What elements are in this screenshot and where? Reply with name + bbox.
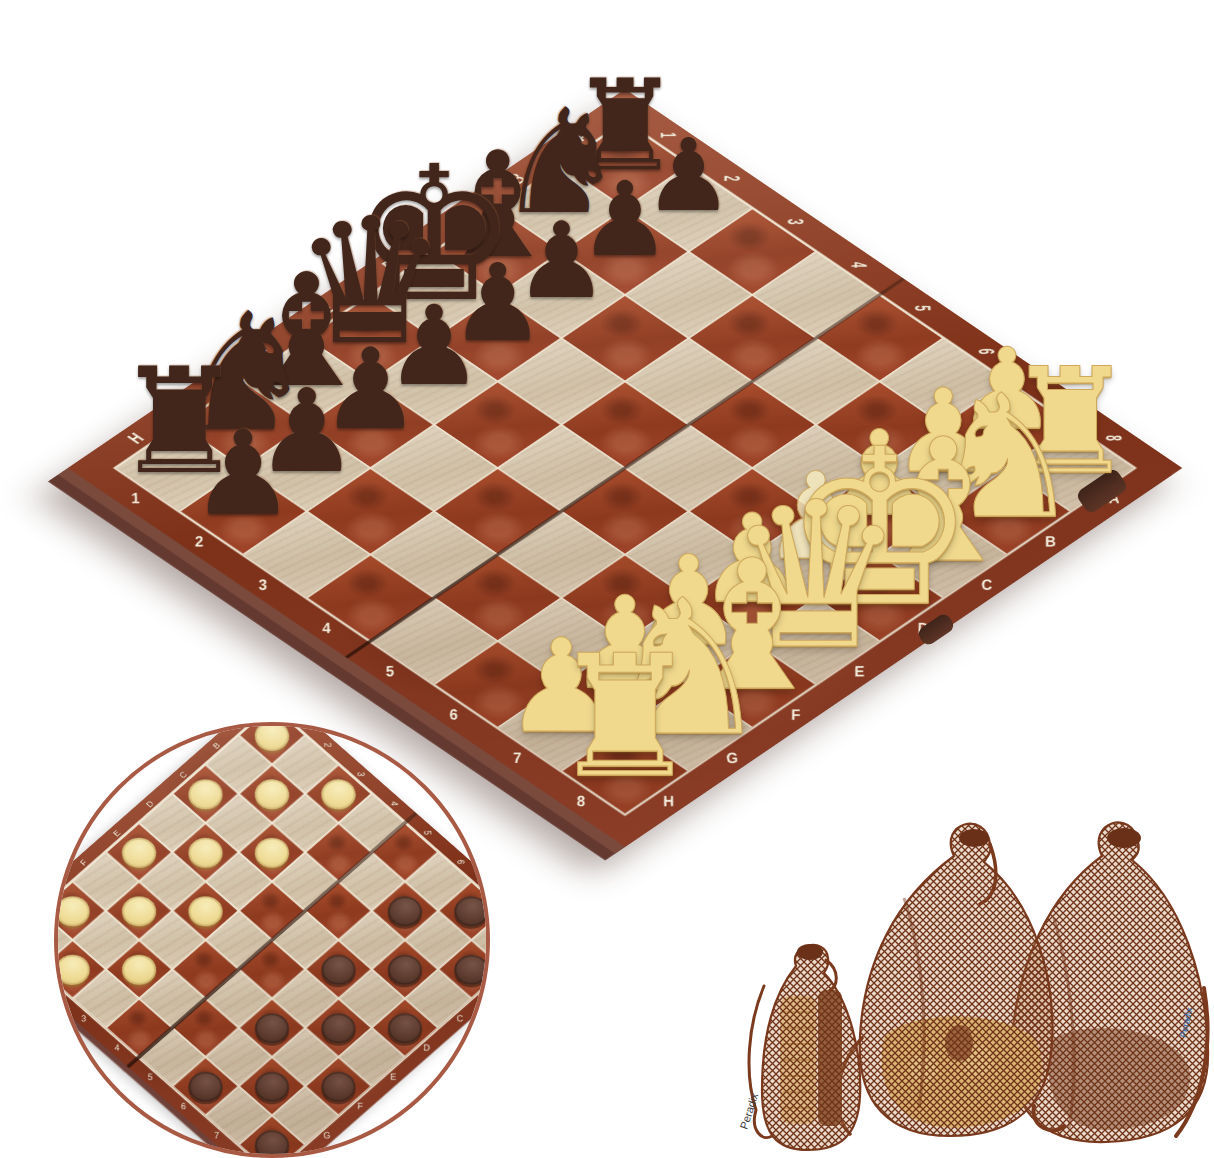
storage-bags-photo: Peradix Peradix: [734, 738, 1214, 1158]
rank-label-near-7: 7: [214, 1130, 220, 1140]
bag-small-knot: [797, 944, 823, 960]
checkers-inset-clip: AA11BB22CC33DD44EE55FF66GG77HH88: [58, 726, 486, 1154]
file-label-far-c: C: [177, 768, 190, 779]
rank-label-far-5: 5: [911, 305, 936, 311]
rank-label-far-3: 3: [355, 772, 366, 777]
rank-label-far-5: 5: [422, 830, 433, 835]
file-label-near-b: B: [1045, 533, 1056, 550]
file-label-near-h: H: [663, 792, 674, 809]
rank-label-far-6: 6: [975, 349, 1000, 355]
rank-label-near-8: 8: [577, 792, 586, 809]
mesh-bag-small: Peradix: [737, 944, 860, 1150]
rank-label-far-3: 3: [784, 219, 809, 225]
rank-label-far-6: 6: [455, 859, 466, 864]
file-label-far-e: E: [314, 300, 339, 317]
file-label-near-d: D: [424, 1042, 431, 1052]
file-label-far-e: E: [110, 827, 123, 838]
rank-label-far-8: 8: [1102, 435, 1127, 441]
file-label-near-e: E: [391, 1072, 398, 1082]
rank-label-far-2: 2: [720, 176, 745, 182]
file-label-near-c: C: [457, 1013, 464, 1023]
rank-label-near-1: 1: [131, 489, 140, 506]
bag-medium-knot: [959, 829, 989, 847]
file-label-far-c: C: [441, 213, 467, 230]
screenshot-root: AA11BB22CC33DD44EE55FF66GG77HH88 ♜♞♟♝♟♚♟…: [0, 0, 1214, 1158]
rank-label-near-4: 4: [322, 619, 331, 636]
rank-label-far-2: 2: [322, 742, 333, 747]
file-label-far-b: B: [210, 739, 223, 750]
rank-label-near-5: 5: [147, 1072, 153, 1082]
file-label-near-c: C: [981, 576, 992, 593]
file-label-far-a: A: [568, 127, 594, 144]
file-label-near-e: E: [855, 662, 866, 679]
rank-label-near-6: 6: [181, 1101, 187, 1111]
file-label-far-g: G: [186, 386, 212, 404]
rank-label-far-4: 4: [847, 262, 872, 268]
file-label-far-d: D: [144, 798, 157, 809]
rank-label-near-2: 2: [195, 533, 204, 550]
checkers-inset-circle: AA11BB22CC33DD44EE55FF66GG77HH88: [54, 722, 490, 1158]
rank-label-near-5: 5: [386, 662, 395, 679]
file-label-far-d: D: [377, 256, 403, 273]
file-label-far-f: F: [77, 857, 89, 868]
rank-label-far-7: 7: [1038, 392, 1063, 398]
rank-label-far-4: 4: [388, 801, 399, 806]
file-label-far-b: B: [505, 170, 531, 187]
rank-label-near-7: 7: [513, 749, 522, 766]
checkers-board: AA11BB22CC33DD44EE55FF66GG77HH88: [58, 726, 486, 1154]
file-label-near-f: F: [791, 706, 801, 723]
mesh-bag-medium: [838, 824, 1053, 1136]
rank-label-near-6: 6: [449, 706, 458, 723]
file-label-near-f: F: [358, 1101, 364, 1111]
file-label-far-h: H: [123, 429, 149, 446]
rank-label-near-3: 3: [81, 1013, 87, 1023]
rank-label-near-4: 4: [114, 1042, 120, 1052]
file-label-far-f: F: [251, 343, 276, 360]
bag-large-knot: [1107, 828, 1141, 848]
file-label-near-g: G: [324, 1130, 332, 1140]
rank-label-far-1: 1: [656, 132, 681, 138]
rank-label-near-3: 3: [259, 576, 268, 593]
